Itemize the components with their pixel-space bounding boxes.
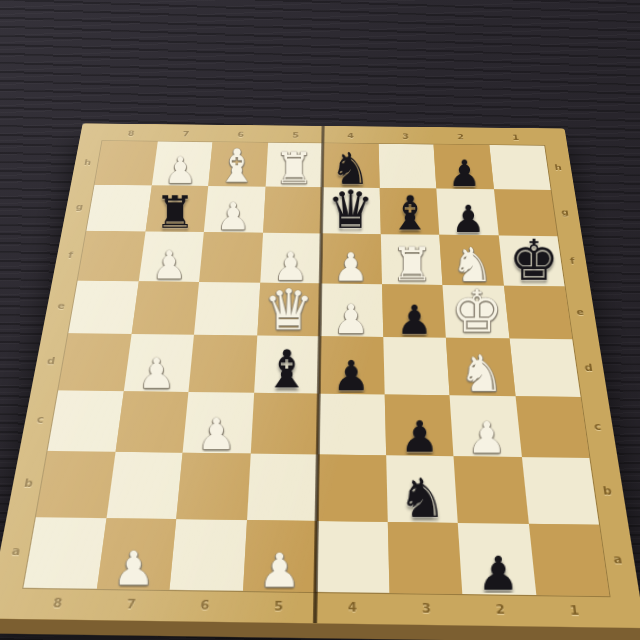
- table-background: 87654321 87654321 hgfedcba hgfedcba ♟♝♜♞…: [0, 0, 640, 640]
- file-label-f: f: [67, 250, 73, 260]
- square-b5: [247, 454, 318, 521]
- square-a3: [387, 521, 462, 594]
- rank-label-6: 6: [237, 130, 244, 139]
- square-c7: [115, 391, 188, 453]
- rank-label-4: 4: [347, 131, 354, 140]
- square-g2: ♟: [436, 188, 498, 235]
- file-label-h: h: [554, 163, 562, 172]
- square-a8: [23, 517, 106, 589]
- rank-label-7: 7: [126, 596, 137, 612]
- square-e4: ♟: [320, 283, 383, 337]
- square-g6: ♟: [204, 186, 265, 233]
- square-b7: [106, 452, 183, 519]
- square-c4: [318, 393, 386, 455]
- square-c8: [48, 390, 124, 452]
- square-f6: [199, 232, 263, 282]
- square-b3: ♞: [386, 455, 458, 522]
- square-d1: [509, 339, 580, 397]
- square-g4: ♛: [321, 187, 380, 234]
- square-c5: [250, 392, 319, 454]
- square-h8: [95, 141, 158, 185]
- square-d7: ♟: [123, 334, 194, 392]
- square-h6: ♝: [208, 142, 267, 186]
- file-label-h: h: [83, 158, 92, 167]
- square-d5: ♝: [254, 335, 320, 393]
- file-label-d: d: [46, 355, 56, 367]
- square-f3: ♜: [380, 234, 442, 284]
- square-d3: [383, 337, 450, 395]
- rank-label-2: 2: [457, 132, 464, 141]
- rank-label-5: 5: [292, 131, 299, 140]
- square-b6: [176, 453, 250, 520]
- square-h7: ♟: [151, 142, 212, 186]
- rank-label-4: 4: [348, 600, 357, 616]
- square-b8: [36, 451, 115, 518]
- square-e8: [68, 280, 138, 334]
- file-label-e: e: [576, 307, 585, 318]
- rank-label-6: 6: [200, 597, 210, 613]
- square-e7: [131, 281, 199, 335]
- rank-label-1: 1: [569, 603, 580, 619]
- file-label-f: f: [569, 256, 575, 266]
- file-label-b: b: [23, 476, 34, 490]
- file-label-c: c: [36, 413, 45, 426]
- square-a2: ♟: [458, 522, 536, 595]
- rank-label-3: 3: [402, 132, 409, 141]
- square-a4: [316, 520, 389, 592]
- board-3d-wrapper: 87654321 87654321 hgfedcba hgfedcba ♟♝♜♞…: [0, 123, 640, 628]
- square-h5: ♜: [265, 143, 323, 187]
- file-label-g: g: [75, 202, 84, 212]
- square-d4: ♟: [319, 336, 384, 394]
- square-c6: ♟: [183, 392, 254, 454]
- rank-label-8: 8: [52, 595, 63, 611]
- file-label-a: a: [612, 552, 623, 567]
- rank-label-3: 3: [421, 601, 431, 617]
- square-c2: ♟: [450, 395, 522, 457]
- square-g3: ♝: [379, 188, 439, 235]
- file-label-a: a: [10, 544, 21, 559]
- square-g7: ♜: [145, 185, 208, 232]
- chess-board: 87654321 87654321 hgfedcba hgfedcba ♟♝♜♞…: [0, 123, 640, 628]
- file-label-e: e: [57, 301, 66, 312]
- square-d6: [188, 335, 256, 393]
- square-h3: [378, 144, 436, 188]
- rank-label-7: 7: [182, 129, 190, 138]
- square-e2: ♚: [442, 285, 509, 339]
- square-b1: [521, 457, 599, 524]
- square-d2: ♞: [446, 338, 515, 396]
- rank-label-1: 1: [512, 133, 520, 142]
- square-f5: ♟: [260, 233, 322, 283]
- square-c1: [515, 396, 589, 458]
- square-f7: ♟: [138, 231, 203, 281]
- square-e5: ♛: [257, 282, 321, 336]
- square-f8: [78, 231, 145, 281]
- square-h1: [489, 145, 551, 189]
- file-label-c: c: [593, 420, 602, 433]
- square-b2: [453, 456, 528, 523]
- rank-label-2: 2: [495, 602, 505, 618]
- file-label-d: d: [584, 362, 594, 374]
- square-a6: [169, 519, 246, 591]
- rank-label-5: 5: [274, 598, 284, 614]
- square-f4: ♟: [321, 233, 382, 283]
- square-a5: ♟: [242, 520, 316, 592]
- file-label-g: g: [561, 208, 570, 218]
- square-e6: [194, 282, 260, 336]
- square-a1: [528, 523, 609, 596]
- square-g8: [86, 184, 151, 231]
- rank-label-8: 8: [127, 129, 135, 138]
- file-label-b: b: [602, 484, 613, 498]
- square-e3: ♟: [382, 284, 446, 338]
- square-e1: [503, 285, 572, 339]
- square-a7: ♟: [96, 518, 176, 590]
- square-b4: [317, 454, 387, 521]
- square-f1: ♚: [498, 235, 564, 285]
- square-h2: ♟: [434, 145, 494, 189]
- square-d8: [58, 333, 131, 391]
- square-g5: [263, 186, 323, 233]
- square-c3: ♟: [384, 394, 453, 456]
